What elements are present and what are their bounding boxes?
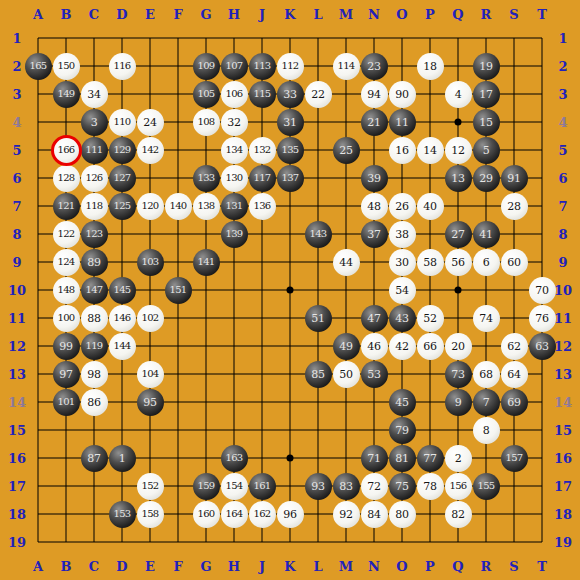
move-number: 20 [451, 341, 464, 352]
coord-right-label-3: 3 [558, 87, 567, 102]
stone-white-62[interactable]: 62 [501, 333, 528, 360]
move-number: 112 [282, 61, 299, 71]
stone-white-160[interactable]: 160 [193, 501, 220, 528]
stone-white-22[interactable]: 22 [305, 81, 332, 108]
coord-left-label-1: 1 [12, 31, 21, 46]
stone-white-96[interactable]: 96 [277, 501, 304, 528]
stone-white-142[interactable]: 142 [137, 137, 164, 164]
star-point-Q4 [455, 119, 462, 126]
stone-black-95[interactable]: 95 [137, 389, 164, 416]
move-number: 34 [87, 89, 100, 100]
coord-left-label-13: 13 [8, 367, 26, 382]
stone-white-118[interactable]: 118 [81, 193, 108, 220]
stone-white-80[interactable]: 80 [389, 501, 416, 528]
coord-left-label-15: 15 [8, 423, 26, 438]
coord-bottom-label-C: C [89, 559, 99, 574]
move-number: 12 [451, 145, 464, 156]
move-number: 108 [198, 117, 215, 127]
stone-white-140[interactable]: 140 [165, 193, 192, 220]
move-number: 17 [479, 89, 492, 100]
stone-white-86[interactable]: 86 [81, 389, 108, 416]
stone-black-87[interactable]: 87 [81, 445, 108, 472]
move-number: 110 [114, 117, 131, 127]
stone-white-88[interactable]: 88 [81, 305, 108, 332]
stone-black-105[interactable]: 105 [193, 81, 220, 108]
move-number: 79 [395, 425, 408, 436]
stone-black-127[interactable]: 127 [109, 165, 136, 192]
stone-white-4[interactable]: 4 [445, 81, 472, 108]
stone-white-78[interactable]: 78 [417, 473, 444, 500]
stone-black-5[interactable]: 5 [473, 137, 500, 164]
stone-white-74[interactable]: 74 [473, 305, 500, 332]
move-number: 144 [114, 341, 131, 351]
stone-black-33[interactable]: 33 [277, 81, 304, 108]
coord-bottom-label-N: N [368, 559, 380, 574]
stone-white-38[interactable]: 38 [389, 221, 416, 248]
coord-bottom-label-O: O [396, 559, 407, 574]
coord-top-label-L: L [313, 7, 322, 22]
stone-white-130[interactable]: 130 [221, 165, 248, 192]
coord-top-label-N: N [368, 7, 380, 22]
stone-white-98[interactable]: 98 [81, 361, 108, 388]
stone-black-1[interactable]: 1 [109, 445, 136, 472]
move-number: 51 [311, 313, 324, 324]
move-number: 93 [311, 481, 324, 492]
stone-black-51[interactable]: 51 [305, 305, 332, 332]
stone-black-149[interactable]: 149 [53, 81, 80, 108]
stone-black-119[interactable]: 119 [81, 333, 108, 360]
coord-right-label-13: 13 [554, 367, 572, 382]
stone-black-7[interactable]: 7 [473, 389, 500, 416]
stone-white-46[interactable]: 46 [361, 333, 388, 360]
move-number: 82 [451, 509, 464, 520]
stone-black-83[interactable]: 83 [333, 473, 360, 500]
coord-right-label-17: 17 [554, 479, 572, 494]
coord-right-label-11: 11 [554, 311, 572, 326]
coord-top-label-P: P [425, 7, 435, 22]
stone-white-70[interactable]: 70 [529, 277, 556, 304]
move-number: 80 [395, 509, 408, 520]
stone-white-162[interactable]: 162 [249, 501, 276, 528]
move-number: 152 [142, 481, 159, 491]
coord-top-label-A: A [33, 7, 43, 22]
stone-black-89[interactable]: 89 [81, 249, 108, 276]
stone-white-16[interactable]: 16 [389, 137, 416, 164]
coord-right-label-2: 2 [558, 59, 567, 74]
stone-white-76[interactable]: 76 [529, 305, 556, 332]
stone-black-77[interactable]: 77 [417, 445, 444, 472]
move-number: 99 [59, 341, 72, 352]
stone-white-24[interactable]: 24 [137, 109, 164, 136]
stone-white-114[interactable]: 114 [333, 53, 360, 80]
stone-white-144[interactable]: 144 [109, 333, 136, 360]
stone-white-148[interactable]: 148 [53, 277, 80, 304]
move-number: 7 [483, 397, 490, 408]
stone-black-115[interactable]: 115 [249, 81, 276, 108]
move-number: 143 [310, 229, 327, 239]
stone-black-9[interactable]: 9 [445, 389, 472, 416]
coord-left-label-19: 19 [8, 535, 26, 550]
move-number: 58 [423, 257, 436, 268]
stone-black-75[interactable]: 75 [389, 473, 416, 500]
move-number: 30 [395, 257, 408, 268]
coord-right-label-6: 6 [558, 171, 567, 186]
stone-white-20[interactable]: 20 [445, 333, 472, 360]
move-number: 18 [423, 61, 436, 72]
stone-black-93[interactable]: 93 [305, 473, 332, 500]
stone-black-53[interactable]: 53 [361, 361, 388, 388]
stone-black-123[interactable]: 123 [81, 221, 108, 248]
move-number: 86 [87, 397, 100, 408]
coord-left-label-12: 12 [8, 339, 26, 354]
stone-white-108[interactable]: 108 [193, 109, 220, 136]
move-number: 126 [86, 173, 103, 183]
coord-top-label-O: O [396, 7, 407, 22]
stone-white-94[interactable]: 94 [361, 81, 388, 108]
stone-black-157[interactable]: 157 [501, 445, 528, 472]
stone-white-152[interactable]: 152 [137, 473, 164, 500]
stone-white-28[interactable]: 28 [501, 193, 528, 220]
move-number: 156 [450, 481, 467, 491]
move-number: 28 [507, 201, 520, 212]
coord-bottom-label-S: S [509, 559, 518, 574]
stone-black-79[interactable]: 79 [389, 417, 416, 444]
move-number: 11 [395, 117, 408, 128]
move-number: 136 [254, 201, 271, 211]
stone-white-48[interactable]: 48 [361, 193, 388, 220]
stone-white-60[interactable]: 60 [501, 249, 528, 276]
move-number: 84 [367, 509, 380, 520]
move-number: 97 [59, 369, 72, 380]
move-number: 116 [114, 61, 131, 71]
move-number: 78 [423, 481, 436, 492]
stone-black-143[interactable]: 143 [305, 221, 332, 248]
move-number: 163 [226, 453, 243, 463]
move-number: 121 [58, 201, 75, 211]
move-number: 161 [254, 481, 271, 491]
coord-top-label-E: E [145, 7, 155, 22]
move-number: 48 [367, 201, 380, 212]
stone-black-13[interactable]: 13 [445, 165, 472, 192]
move-number: 104 [142, 369, 159, 379]
star-point-K16 [287, 455, 294, 462]
move-number: 131 [226, 201, 243, 211]
move-number: 72 [367, 481, 380, 492]
stone-black-163[interactable]: 163 [221, 445, 248, 472]
move-number: 5 [483, 145, 490, 156]
coord-top-label-J: J [259, 7, 265, 22]
stone-black-21[interactable]: 21 [361, 109, 388, 136]
stone-white-56[interactable]: 56 [445, 249, 472, 276]
stone-black-103[interactable]: 103 [137, 249, 164, 276]
stone-black-47[interactable]: 47 [361, 305, 388, 332]
stone-white-50[interactable]: 50 [333, 361, 360, 388]
move-number: 103 [142, 257, 159, 267]
coord-top-label-H: H [228, 7, 240, 22]
coord-right-label-14: 14 [554, 395, 572, 410]
stone-white-124[interactable]: 124 [53, 249, 80, 276]
move-number: 111 [86, 145, 103, 155]
stone-black-151[interactable]: 151 [165, 277, 192, 304]
move-number: 70 [535, 285, 548, 296]
stone-black-85[interactable]: 85 [305, 361, 332, 388]
move-number: 24 [143, 117, 156, 128]
coord-right-label-16: 16 [554, 451, 572, 466]
stone-black-117[interactable]: 117 [249, 165, 276, 192]
move-number: 145 [114, 285, 131, 295]
stone-black-11[interactable]: 11 [389, 109, 416, 136]
move-number: 151 [170, 285, 187, 295]
coord-right-label-9: 9 [558, 255, 567, 270]
move-number: 74 [479, 313, 492, 324]
stone-black-43[interactable]: 43 [389, 305, 416, 332]
move-number: 150 [58, 61, 75, 71]
stone-white-120[interactable]: 120 [137, 193, 164, 220]
move-number: 29 [479, 173, 492, 184]
stone-white-156[interactable]: 156 [445, 473, 472, 500]
stone-black-135[interactable]: 135 [277, 137, 304, 164]
stone-black-45[interactable]: 45 [389, 389, 416, 416]
stone-white-110[interactable]: 110 [109, 109, 136, 136]
move-number: 128 [58, 173, 75, 183]
move-number: 162 [254, 509, 271, 519]
coord-left-label-4: 4 [12, 115, 21, 130]
stone-white-44[interactable]: 44 [333, 249, 360, 276]
move-number: 100 [58, 313, 75, 323]
stone-black-141[interactable]: 141 [193, 249, 220, 276]
move-number: 56 [451, 257, 464, 268]
coord-top-label-R: R [481, 7, 492, 22]
stone-white-82[interactable]: 82 [445, 501, 472, 528]
stone-white-42[interactable]: 42 [389, 333, 416, 360]
stone-black-97[interactable]: 97 [53, 361, 80, 388]
stone-white-112[interactable]: 112 [277, 53, 304, 80]
stone-black-37[interactable]: 37 [361, 221, 388, 248]
move-number: 76 [535, 313, 548, 324]
coord-left-label-17: 17 [8, 479, 26, 494]
move-number: 122 [58, 229, 75, 239]
move-number: 134 [226, 145, 243, 155]
stone-black-111[interactable]: 111 [81, 137, 108, 164]
stone-white-90[interactable]: 90 [389, 81, 416, 108]
stone-white-58[interactable]: 58 [417, 249, 444, 276]
move-number: 135 [282, 145, 299, 155]
stone-black-121[interactable]: 121 [53, 193, 80, 220]
move-number: 127 [114, 173, 131, 183]
move-number: 160 [198, 509, 215, 519]
stone-white-66[interactable]: 66 [417, 333, 444, 360]
stone-white-106[interactable]: 106 [221, 81, 248, 108]
stone-black-155[interactable]: 155 [473, 473, 500, 500]
coord-bottom-label-R: R [481, 559, 492, 574]
stone-white-26[interactable]: 26 [389, 193, 416, 220]
coord-right-label-12: 12 [554, 339, 572, 354]
move-number: 138 [198, 201, 215, 211]
stone-white-138[interactable]: 138 [193, 193, 220, 220]
stone-black-113[interactable]: 113 [249, 53, 276, 80]
stone-black-129[interactable]: 129 [109, 137, 136, 164]
coord-left-label-7: 7 [12, 199, 21, 214]
stone-white-34[interactable]: 34 [81, 81, 108, 108]
move-number: 142 [142, 145, 159, 155]
stone-black-15[interactable]: 15 [473, 109, 500, 136]
move-number: 148 [58, 285, 75, 295]
coord-left-label-3: 3 [12, 87, 21, 102]
move-number: 63 [535, 341, 548, 352]
stone-black-69[interactable]: 69 [501, 389, 528, 416]
move-number: 32 [227, 117, 240, 128]
stone-white-126[interactable]: 126 [81, 165, 108, 192]
move-number: 101 [58, 397, 75, 407]
move-number: 60 [507, 257, 520, 268]
stone-black-165[interactable]: 165 [25, 53, 52, 80]
stone-white-64[interactable]: 64 [501, 361, 528, 388]
coord-left-label-6: 6 [12, 171, 21, 186]
move-number: 157 [506, 453, 523, 463]
stone-white-6[interactable]: 6 [473, 249, 500, 276]
stone-white-40[interactable]: 40 [417, 193, 444, 220]
move-number: 133 [198, 173, 215, 183]
move-number: 15 [479, 117, 492, 128]
stone-black-91[interactable]: 91 [501, 165, 528, 192]
coord-top-label-S: S [509, 7, 518, 22]
stone-black-63[interactable]: 63 [529, 333, 556, 360]
move-number: 132 [254, 145, 271, 155]
stone-black-107[interactable]: 107 [221, 53, 248, 80]
stone-black-159[interactable]: 159 [193, 473, 220, 500]
stone-black-73[interactable]: 73 [445, 361, 472, 388]
stone-black-17[interactable]: 17 [473, 81, 500, 108]
stone-black-147[interactable]: 147 [81, 277, 108, 304]
stone-black-161[interactable]: 161 [249, 473, 276, 500]
coord-left-label-5: 5 [12, 143, 21, 158]
move-number: 69 [507, 397, 520, 408]
move-number: 22 [311, 89, 324, 100]
stone-white-54[interactable]: 54 [389, 277, 416, 304]
stone-black-23[interactable]: 23 [361, 53, 388, 80]
stone-black-145[interactable]: 145 [109, 277, 136, 304]
move-number: 77 [423, 453, 436, 464]
stone-white-68[interactable]: 68 [473, 361, 500, 388]
move-number: 73 [451, 369, 464, 380]
move-number: 14 [423, 145, 436, 156]
move-number: 27 [451, 229, 464, 240]
move-number: 109 [198, 61, 215, 71]
stone-white-104[interactable]: 104 [137, 361, 164, 388]
stone-black-153[interactable]: 153 [109, 501, 136, 528]
move-number: 68 [479, 369, 492, 380]
move-number: 159 [198, 481, 215, 491]
move-number: 119 [86, 341, 103, 351]
stone-white-132[interactable]: 132 [249, 137, 276, 164]
stone-white-18[interactable]: 18 [417, 53, 444, 80]
stone-black-109[interactable]: 109 [193, 53, 220, 80]
stone-black-29[interactable]: 29 [473, 165, 500, 192]
coord-top-label-M: M [339, 7, 353, 22]
coord-right-label-5: 5 [558, 143, 567, 158]
move-number: 115 [254, 89, 271, 99]
go-board[interactable]: AABBCCDDEEFFGGHHJJKKLLMMNNOOPPQQRRSSTT11… [0, 0, 580, 580]
stone-white-100[interactable]: 100 [53, 305, 80, 332]
stone-white-150[interactable]: 150 [53, 53, 80, 80]
move-number: 90 [395, 89, 408, 100]
move-number: 96 [283, 509, 296, 520]
stone-black-39[interactable]: 39 [361, 165, 388, 192]
stone-white-30[interactable]: 30 [389, 249, 416, 276]
stone-white-158[interactable]: 158 [137, 501, 164, 528]
stone-white-14[interactable]: 14 [417, 137, 444, 164]
stone-black-31[interactable]: 31 [277, 109, 304, 136]
stone-white-52[interactable]: 52 [417, 305, 444, 332]
stone-white-128[interactable]: 128 [53, 165, 80, 192]
stone-black-81[interactable]: 81 [389, 445, 416, 472]
stone-white-102[interactable]: 102 [137, 305, 164, 332]
stone-white-12[interactable]: 12 [445, 137, 472, 164]
stone-white-32[interactable]: 32 [221, 109, 248, 136]
stone-black-49[interactable]: 49 [333, 333, 360, 360]
move-number: 94 [367, 89, 380, 100]
move-number: 91 [507, 173, 520, 184]
stone-white-2[interactable]: 2 [445, 445, 472, 472]
stone-black-101[interactable]: 101 [53, 389, 80, 416]
move-number: 165 [30, 61, 47, 71]
move-number: 62 [507, 341, 520, 352]
move-number: 45 [395, 397, 408, 408]
stone-black-99[interactable]: 99 [53, 333, 80, 360]
coord-right-label-7: 7 [558, 199, 567, 214]
coord-top-label-C: C [89, 7, 99, 22]
stone-black-139[interactable]: 139 [221, 221, 248, 248]
stone-white-116[interactable]: 116 [109, 53, 136, 80]
coord-left-label-8: 8 [12, 227, 21, 242]
move-number: 42 [395, 341, 408, 352]
stone-white-8[interactable]: 8 [473, 417, 500, 444]
stone-white-92[interactable]: 92 [333, 501, 360, 528]
stone-black-3[interactable]: 3 [81, 109, 108, 136]
move-number: 43 [395, 313, 408, 324]
coord-bottom-label-D: D [116, 559, 127, 574]
stone-black-19[interactable]: 19 [473, 53, 500, 80]
stone-white-146[interactable]: 146 [109, 305, 136, 332]
stone-white-166[interactable]: 166 [53, 137, 80, 164]
stone-black-71[interactable]: 71 [361, 445, 388, 472]
move-number: 107 [226, 61, 243, 71]
stone-black-133[interactable]: 133 [193, 165, 220, 192]
stone-white-134[interactable]: 134 [221, 137, 248, 164]
move-number: 4 [455, 89, 462, 100]
stone-white-72[interactable]: 72 [361, 473, 388, 500]
stone-black-41[interactable]: 41 [473, 221, 500, 248]
stone-white-154[interactable]: 154 [221, 473, 248, 500]
stone-white-122[interactable]: 122 [53, 221, 80, 248]
stone-white-84[interactable]: 84 [361, 501, 388, 528]
coord-top-label-Q: Q [452, 7, 463, 22]
coord-bottom-label-K: K [284, 559, 295, 574]
stone-white-164[interactable]: 164 [221, 501, 248, 528]
move-number: 39 [367, 173, 380, 184]
move-number: 64 [507, 369, 520, 380]
stone-black-27[interactable]: 27 [445, 221, 472, 248]
move-number: 71 [367, 453, 380, 464]
stone-black-131[interactable]: 131 [221, 193, 248, 220]
stone-white-136[interactable]: 136 [249, 193, 276, 220]
stone-black-25[interactable]: 25 [333, 137, 360, 164]
move-number: 123 [86, 229, 103, 239]
move-number: 155 [478, 481, 495, 491]
stone-black-125[interactable]: 125 [109, 193, 136, 220]
move-number: 21 [367, 117, 380, 128]
stone-black-137[interactable]: 137 [277, 165, 304, 192]
